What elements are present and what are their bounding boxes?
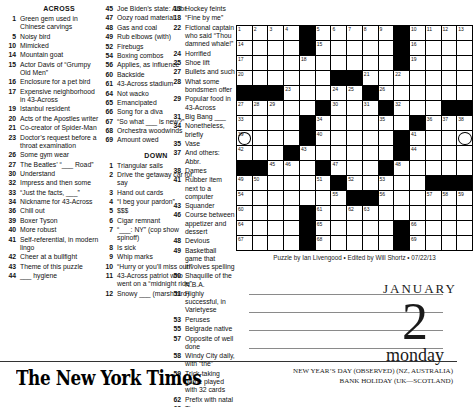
grid-cell-black <box>284 146 300 161</box>
grid-cell <box>284 206 300 221</box>
clue-text: Big Bang ___ <box>181 113 235 121</box>
grid-cell-black <box>394 41 410 56</box>
clue-number: 54 <box>101 52 113 60</box>
grid-cell <box>316 56 332 71</box>
clue-down-22: 22Fictional captain who said “Thou damne… <box>169 24 235 49</box>
clue-text: Boxer Tyson <box>16 217 100 225</box>
grid-cell-black <box>300 236 316 251</box>
clue-number: 33 <box>4 189 16 197</box>
clue-number: 46 <box>169 211 181 236</box>
clue-across-32: 32Impress and then some <box>4 179 100 187</box>
cell-number: 33 <box>238 116 244 122</box>
grid-cell: 27 <box>237 101 253 116</box>
clue-text: Prefix with natal <box>181 396 235 404</box>
clue-text: Enclosure for a pet bird <box>16 78 100 86</box>
grid-cell <box>268 56 284 71</box>
clue-number: 13 <box>169 5 181 13</box>
grid-cell: 15 <box>316 41 332 56</box>
clue-down-38: 38Dames <box>169 167 235 175</box>
clue-down-37: 37And others: Abbr. <box>169 149 235 165</box>
cell-number: 13 <box>458 26 464 32</box>
grid-cell <box>457 56 473 71</box>
across-clue-list: 1Green gem used in Chinese carvings5Nois… <box>4 15 100 280</box>
grid-cell-black <box>394 221 410 236</box>
grid-cell <box>394 206 410 221</box>
clue-number: 17 <box>4 88 16 104</box>
grid-cell-black <box>237 86 253 101</box>
grid-cell <box>284 71 300 86</box>
cell-number: 50 <box>254 176 260 182</box>
cell-number: 57 <box>427 191 433 197</box>
across-header: ACROSS <box>18 5 100 12</box>
grid-cell <box>284 116 300 131</box>
clue-number: 5 <box>4 33 16 41</box>
grid-cell: 14 <box>237 41 253 56</box>
clue-number: 51 <box>169 290 181 315</box>
clue-text: More robust <box>16 226 100 234</box>
grid-cell: 11 <box>426 26 442 41</box>
cell-number: 42 <box>238 146 244 152</box>
clue-number: 28 <box>169 78 181 94</box>
grid-cell <box>316 146 332 161</box>
grid-cell <box>347 41 363 56</box>
clue-text: Rubber item next to a computer <box>181 176 235 201</box>
grid-cell: 6 <box>331 26 347 41</box>
clue-number: 43 <box>4 263 16 271</box>
clue-number: 64 <box>101 90 113 98</box>
cell-number: 40 <box>317 131 323 137</box>
cell-number: 23 <box>285 86 291 92</box>
grid-cell <box>457 221 473 236</box>
cell-number: 29 <box>269 101 275 107</box>
clue-across-16: 16Enclosure for a pet bird <box>4 78 100 86</box>
clue-number: 1 <box>101 162 113 170</box>
grid-cell <box>268 131 284 146</box>
grid-cell: 45 <box>268 161 284 176</box>
grid-cell <box>442 86 458 101</box>
grid-cell <box>457 146 473 161</box>
grid-cell: 37 <box>442 116 458 131</box>
grid-cell <box>331 206 347 221</box>
grid-cell-black <box>347 71 363 86</box>
grid-cell <box>331 146 347 161</box>
clue-number: 61 <box>101 80 113 88</box>
grid-cell: 64 <box>237 221 253 236</box>
grid-cell: 49 <box>237 176 253 191</box>
grid-cell-black <box>300 206 316 221</box>
clue-text: Peruses <box>181 316 235 324</box>
clue-text: Shoe lift <box>181 59 235 67</box>
clue-text: Bullets and such <box>181 68 235 76</box>
grid-cell: 46 <box>284 161 300 176</box>
cell-number: 7 <box>348 26 351 32</box>
grid-cell: 4 <box>284 26 300 41</box>
clue-down-41: 41Rubber item next to a computer <box>169 176 235 201</box>
grid-cell <box>442 131 458 146</box>
grid-cell: 31 <box>363 101 379 116</box>
grid-cell <box>331 116 347 131</box>
clue-across-5: 5Noisy bird <box>4 33 100 41</box>
clue-number: 31 <box>169 113 181 121</box>
clue-number: 66 <box>101 108 113 116</box>
cell-number: 69 <box>411 236 417 242</box>
grid-cell <box>284 176 300 191</box>
clue-number: 69 <box>101 136 113 144</box>
clue-text: And others: Abbr. <box>181 149 235 165</box>
grid-cell: 12 <box>442 26 458 41</box>
cell-number: 65 <box>317 221 323 227</box>
grid-cell-black <box>316 101 332 116</box>
grid-cell-black <box>457 101 473 116</box>
grid-cell <box>426 56 442 71</box>
across-clues-column: ACROSS 1Green gem used in Chinese carvin… <box>4 5 100 281</box>
grid-cell: 48 <box>394 161 410 176</box>
grid-cell: 62 <box>347 206 363 221</box>
clue-number: 12 <box>101 290 113 298</box>
grid-cell <box>426 41 442 56</box>
cell-number: 8 <box>364 26 367 32</box>
grid-cell <box>268 146 284 161</box>
grid-cell <box>284 56 300 71</box>
clue-across-20: 20Acts of the Apostles writer <box>4 115 100 123</box>
cell-number: 59 <box>458 191 464 197</box>
grid-cell <box>426 236 442 251</box>
grid-cell <box>316 86 332 101</box>
grid-cell <box>284 191 300 206</box>
clue-across-36: 36Chill out <box>4 207 100 215</box>
grid-cell <box>410 101 426 116</box>
clue-down-51: 51Highly successful, in Varietyese <box>169 290 235 315</box>
grid-cell: 59 <box>457 191 473 206</box>
cell-number: 2 <box>254 26 257 32</box>
clue-number: 41 <box>4 236 16 252</box>
cell-number: 63 <box>364 206 370 212</box>
grid-cell <box>331 221 347 236</box>
clue-number: 26 <box>4 151 16 159</box>
clue-text: Theme of this puzzle <box>16 263 100 271</box>
clue-text: Self-referential, in modern lingo <box>16 236 100 252</box>
down-clues-column: 13Hockey feints18“Fine by me”22Fictional… <box>169 5 235 407</box>
grid-cell <box>253 236 269 251</box>
grid-cell: 22 <box>394 71 410 86</box>
grid-cell <box>347 221 363 236</box>
clue-number: 16 <box>4 78 16 86</box>
grid-cell <box>410 161 426 176</box>
clue-down-49: 49Basketball game that involves spelling <box>169 247 235 272</box>
grid-cell <box>268 236 284 251</box>
grid-cell: 40 <box>316 131 332 146</box>
clue-down-25: 25Shoe lift <box>169 59 235 67</box>
cell-number: 11 <box>427 26 432 32</box>
clue-number: 27 <box>4 161 16 169</box>
clue-number: 65 <box>101 99 113 107</box>
clue-down-18: 18“Fine by me” <box>169 14 235 22</box>
grid-cell <box>331 41 347 56</box>
grid-cell: 41 <box>410 131 426 146</box>
clue-number: 45 <box>101 5 113 13</box>
down-clue-list-continued: 13Hockey feints18“Fine by me”22Fictional… <box>169 5 235 407</box>
grid-cell <box>268 206 284 221</box>
cell-number: 9 <box>380 26 383 32</box>
holiday-line: NEW YEAR’S DAY (OBSERVED) (NZ, AUSTRALIA… <box>293 367 453 377</box>
cell-number: 27 <box>238 101 244 107</box>
clue-number: 21 <box>4 124 16 132</box>
grid-cell: 29 <box>268 101 284 116</box>
clue-across-15: 15Actor Davis of “Grumpy Old Men” <box>4 61 100 77</box>
clue-number: 68 <box>101 127 113 135</box>
grid-cell: 63 <box>363 206 379 221</box>
clue-text: Some gym wear <box>16 151 100 159</box>
clue-text: Istanbul resident <box>16 105 100 113</box>
cell-number: 24 <box>332 86 338 92</box>
grid-cell <box>284 101 300 116</box>
clue-down-48: 48Devious <box>169 237 235 245</box>
clue-text: Course between appetizer and dessert <box>181 211 235 236</box>
clue-text: Squander <box>181 202 235 210</box>
grid-cell <box>457 71 473 86</box>
clue-number: 14 <box>4 51 16 59</box>
grid-cell: 38 <box>457 116 473 131</box>
grid-cell-black <box>394 56 410 71</box>
holiday-notes: NEW YEAR’S DAY (OBSERVED) (NZ, AUSTRALIA… <box>293 367 453 386</box>
grid-cell <box>379 236 395 251</box>
grid-cell <box>426 206 442 221</box>
clue-number: 19 <box>4 105 16 113</box>
grid-cell: 50 <box>253 176 269 191</box>
clue-number: 47 <box>101 14 113 22</box>
clue-number: 4 <box>101 198 113 206</box>
grid-cell <box>410 176 426 191</box>
grid-cell <box>363 161 379 176</box>
cell-number: 61 <box>317 206 323 212</box>
clue-number: 49 <box>101 33 113 41</box>
cell-number: 47 <box>332 161 338 167</box>
grid-cell-black <box>237 161 253 176</box>
grid-cell <box>253 206 269 221</box>
grid-cell: 53 <box>379 176 395 191</box>
grid-cell <box>284 236 300 251</box>
cell-number: 38 <box>458 116 464 122</box>
clue-number: 62 <box>169 396 181 404</box>
clue-number: 25 <box>169 59 181 67</box>
grid-cell <box>268 176 284 191</box>
clue-number: 37 <box>169 149 181 165</box>
cell-number: 49 <box>238 176 244 182</box>
cell-number: 6 <box>332 26 335 32</box>
grid-cell <box>426 146 442 161</box>
clue-text: Expensive neighborhood in 43-Across <box>16 88 100 104</box>
cell-number: 52 <box>348 176 354 182</box>
clue-text: “Just the facts, ___” <box>16 189 100 197</box>
grid-cell <box>347 146 363 161</box>
calendar-page: ACROSS 1Green gem used in Chinese carvin… <box>0 0 474 407</box>
grid-cell <box>316 191 332 206</box>
grid-cell: 24 <box>331 86 347 101</box>
grid-cell <box>426 86 442 101</box>
clue-text: Cheer at a bullfight <box>16 253 100 261</box>
clue-number: 10 <box>101 263 113 271</box>
grid-cell <box>347 161 363 176</box>
clue-down-31: 31Big Bang ___ <box>169 113 235 121</box>
grid-cell <box>253 116 269 131</box>
cell-number: 3 <box>269 26 272 32</box>
grid-cell: 13 <box>457 26 473 41</box>
circle-mark <box>238 132 252 145</box>
clue-down-53: 53Peruses <box>169 316 235 324</box>
clue-across-43: 43Theme of this puzzle <box>4 263 100 271</box>
grid-cell-black <box>300 221 316 236</box>
grid-cell: 66 <box>410 221 426 236</box>
clue-number: 44 <box>4 272 16 280</box>
grid-cell <box>442 71 458 86</box>
cell-number: 5 <box>317 26 320 32</box>
cell-number: 46 <box>285 161 291 167</box>
grid-cell <box>284 221 300 236</box>
grid-cell-black <box>300 131 316 146</box>
grid-cell <box>379 41 395 56</box>
cell-number: 36 <box>427 116 433 122</box>
clue-number: 9 <box>101 253 113 261</box>
clue-down-43: 43Squander <box>169 202 235 210</box>
clue-text: Nonetheless, briefly <box>181 122 235 138</box>
clue-across-27: 27The Beatles’ “___ Road” <box>4 161 100 169</box>
grid-cell-black <box>426 176 442 191</box>
clue-text: Noisy bird <box>16 33 100 41</box>
cell-number: 44 <box>411 146 417 152</box>
clue-number: 34 <box>169 122 181 138</box>
puzzle-byline: Puzzle by Ian Livengood • Edited by Will… <box>236 254 473 261</box>
clue-across-19: 19Istanbul resident <box>4 105 100 113</box>
grid-cell <box>457 41 473 56</box>
grid-cell-black <box>379 161 395 176</box>
clue-text: Belgrade native <box>181 325 235 333</box>
grid-cell: 36 <box>426 116 442 131</box>
clue-number: 20 <box>4 115 16 123</box>
grid-cell-black <box>394 236 410 251</box>
grid-cell-black <box>457 176 473 191</box>
grid-cell: 18 <box>300 56 316 71</box>
cell-number: 60 <box>238 206 244 212</box>
clue-number: 53 <box>169 316 181 324</box>
grid-cell: 65 <box>316 221 332 236</box>
clue-number: 40 <box>4 226 16 234</box>
clue-number: 5 <box>101 207 113 215</box>
grid-cell: 10 <box>410 26 426 41</box>
clue-text: Devious <box>181 237 235 245</box>
grid-cell <box>284 41 300 56</box>
cell-number: 26 <box>380 86 386 92</box>
grid-cell: 25 <box>347 86 363 101</box>
cell-number: 30 <box>332 101 338 107</box>
clue-number: 55 <box>169 325 181 333</box>
grid-cell <box>442 56 458 71</box>
clue-text: Basketball game that involves spelling <box>181 247 235 272</box>
clue-number: 27 <box>169 68 181 76</box>
clue-across-26: 26Some gym wear <box>4 151 100 159</box>
clue-text: Shaquille of the N.B.A. <box>181 272 235 288</box>
grid-cell-black <box>410 116 426 131</box>
cell-number: 56 <box>380 191 386 197</box>
clue-text: Co-creator of Spider-Man <box>16 124 100 132</box>
grid-cell <box>253 41 269 56</box>
grid-cell: 5 <box>316 26 332 41</box>
clue-text: Hockey feints <box>181 5 235 13</box>
cell-number: 58 <box>443 191 449 197</box>
cell-number: 54 <box>238 191 244 197</box>
grid-cell-black <box>394 26 410 41</box>
grid-cell <box>268 116 284 131</box>
grid-cell <box>410 191 426 206</box>
grid-cell-black <box>300 116 316 131</box>
grid-cell <box>379 206 395 221</box>
cell-number: 68 <box>317 236 323 242</box>
clue-text: Mimicked <box>16 42 100 50</box>
cell-number: 62 <box>348 206 354 212</box>
grid-cell <box>426 221 442 236</box>
grid-cell <box>347 131 363 146</box>
clue-text: Acts of the Apostles writer <box>16 115 100 123</box>
grid-cell-black <box>253 161 269 176</box>
clue-down-27: 27Bullets and such <box>169 68 235 76</box>
clue-down-46: 46Course between appetizer and dessert <box>169 211 235 236</box>
grid-cell: 3 <box>268 26 284 41</box>
grid-cell <box>442 161 458 176</box>
clue-down-55: 55Belgrade native <box>169 325 235 333</box>
grid-cell <box>457 206 473 221</box>
cell-number: 35 <box>380 116 386 122</box>
cell-number: 21 <box>364 71 370 77</box>
grid-cell <box>426 71 442 86</box>
clue-down-24: 24Horrified <box>169 50 235 58</box>
clue-number: 23 <box>4 134 16 150</box>
cell-number: 28 <box>254 101 260 107</box>
cell-number: 64 <box>238 221 244 227</box>
cell-number: 17 <box>238 56 244 62</box>
grid-cell-black <box>331 176 347 191</box>
cell-number: 37 <box>443 116 449 122</box>
grid-cell <box>363 146 379 161</box>
clue-down-57: 57Opposite of well done <box>169 335 235 351</box>
circle-mark <box>458 132 472 145</box>
grid-cell: 61 <box>316 206 332 221</box>
clue-number: 24 <box>169 50 181 58</box>
grid-cell-black <box>379 101 395 116</box>
grid-cell-black <box>300 26 316 41</box>
grid-cell: 19 <box>410 56 426 71</box>
grid-cell <box>253 191 269 206</box>
grid-cell: 7 <box>347 26 363 41</box>
grid-cell <box>457 161 473 176</box>
grid-cell: 55 <box>331 191 347 206</box>
grid-cell <box>253 221 269 236</box>
grid-cell <box>442 146 458 161</box>
cell-number: 51 <box>317 176 323 182</box>
clue-number: 10 <box>4 42 16 50</box>
clue-text: Green gem used in Chinese carvings <box>16 15 100 31</box>
clue-across-30: 30Understand <box>4 170 100 178</box>
grid-cell: 1 <box>237 26 253 41</box>
clue-text: Actor Davis of “Grumpy Old Men” <box>16 61 100 77</box>
cell-number: 14 <box>238 41 244 47</box>
clue-across-23: 23Doctor’s request before a throat exami… <box>4 134 100 150</box>
grid-cell <box>457 131 473 146</box>
clue-across-42: 42Cheer at a bullfight <box>4 253 100 261</box>
cell-number: 32 <box>395 101 401 107</box>
grid-cell <box>347 101 363 116</box>
clue-down-50: 50Shaquille of the N.B.A. <box>169 272 235 288</box>
grid-cell <box>300 191 316 206</box>
grid-cell <box>331 236 347 251</box>
